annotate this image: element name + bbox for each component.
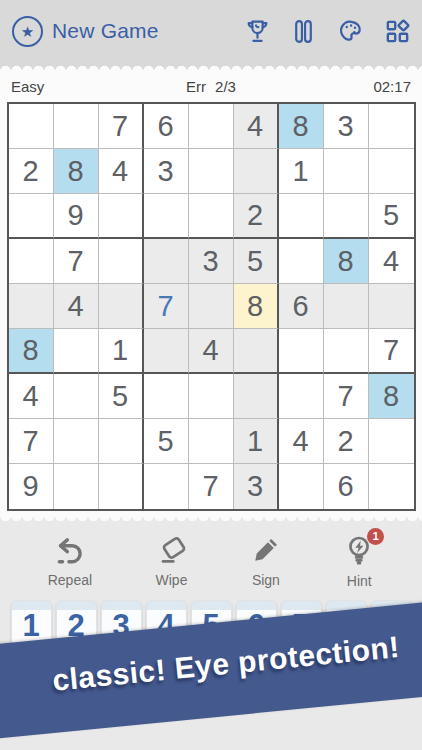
cell-r1c2[interactable] <box>54 104 99 149</box>
cell-r7c1[interactable]: 4 <box>9 374 54 419</box>
cell-r2c5[interactable] <box>189 149 234 194</box>
hint-badge: 1 <box>367 528 384 545</box>
cell-r6c3[interactable]: 1 <box>99 329 144 374</box>
cell-r7c2[interactable] <box>54 374 99 419</box>
cell-r1c3[interactable]: 7 <box>99 104 144 149</box>
cell-r5c5[interactable] <box>189 284 234 329</box>
star-circle-icon: ★ <box>12 16 43 47</box>
cell-r2c9[interactable] <box>369 149 414 194</box>
timer: 02:17 <box>278 78 411 95</box>
cell-r9c9[interactable] <box>369 464 414 509</box>
cell-r9c7[interactable] <box>279 464 324 509</box>
undo-icon <box>54 535 86 569</box>
cell-r8c7[interactable]: 4 <box>279 419 324 464</box>
new-game-button[interactable]: ★ New Game <box>12 16 159 47</box>
difficulty-label: Easy <box>11 78 144 95</box>
cell-r4c4[interactable] <box>144 239 189 284</box>
cell-r9c8[interactable]: 6 <box>324 464 369 509</box>
cell-r8c2[interactable] <box>54 419 99 464</box>
cell-r9c5[interactable]: 7 <box>189 464 234 509</box>
cell-r3c7[interactable] <box>279 194 324 239</box>
cell-r4c9[interactable]: 4 <box>369 239 414 284</box>
pause-icon[interactable] <box>292 19 315 44</box>
cell-r5c1[interactable] <box>9 284 54 329</box>
cell-r8c6[interactable]: 1 <box>234 419 279 464</box>
cell-r5c4[interactable]: 7 <box>144 284 189 329</box>
cell-r9c1[interactable]: 9 <box>9 464 54 509</box>
promo-banner-text: classic! Eye protection! <box>51 630 402 708</box>
cell-r1c7[interactable]: 8 <box>279 104 324 149</box>
cell-r8c4[interactable]: 5 <box>144 419 189 464</box>
cell-r4c3[interactable] <box>99 239 144 284</box>
cell-r9c2[interactable] <box>54 464 99 509</box>
cell-r7c8[interactable]: 7 <box>324 374 369 419</box>
cell-r7c9[interactable]: 8 <box>369 374 414 419</box>
error-label: Err <box>186 78 206 95</box>
sudoku-board: 764832843192573584478681474578751429736 <box>7 102 416 511</box>
cell-r1c9[interactable] <box>369 104 414 149</box>
cell-r1c6[interactable]: 4 <box>234 104 279 149</box>
cell-r8c5[interactable] <box>189 419 234 464</box>
cell-r2c2[interactable]: 8 <box>54 149 99 194</box>
cell-r9c4[interactable] <box>144 464 189 509</box>
cell-r3c8[interactable] <box>324 194 369 239</box>
sign-button[interactable]: Sign <box>251 535 281 588</box>
cell-r8c1[interactable]: 7 <box>9 419 54 464</box>
cell-r2c1[interactable]: 2 <box>9 149 54 194</box>
cell-r1c8[interactable]: 3 <box>324 104 369 149</box>
cell-r1c5[interactable] <box>189 104 234 149</box>
cell-r6c7[interactable] <box>279 329 324 374</box>
cell-r3c2[interactable]: 9 <box>54 194 99 239</box>
cell-r8c8[interactable]: 2 <box>324 419 369 464</box>
palette-icon[interactable] <box>336 18 364 44</box>
cell-r1c1[interactable] <box>9 104 54 149</box>
trophy-icon[interactable] <box>244 18 271 45</box>
cell-r8c9[interactable] <box>369 419 414 464</box>
playfield: Easy Err 2/3 02:17 764832843192573584478… <box>0 70 422 517</box>
cell-r2c8[interactable] <box>324 149 369 194</box>
tool-label: Wipe <box>156 572 188 588</box>
cell-r7c7[interactable] <box>279 374 324 419</box>
tool-label: Sign <box>252 572 280 588</box>
top-bar: ★ New Game <box>0 0 422 62</box>
cell-r9c3[interactable] <box>99 464 144 509</box>
games-grid-icon[interactable] <box>385 19 410 44</box>
cell-r5c9[interactable] <box>369 284 414 329</box>
cell-r5c2[interactable]: 4 <box>54 284 99 329</box>
pencil-icon <box>251 535 281 569</box>
cell-r8c3[interactable] <box>99 419 144 464</box>
cell-r9c6[interactable]: 3 <box>234 464 279 509</box>
cell-r2c7[interactable]: 1 <box>279 149 324 194</box>
repeal-button[interactable]: Repeal <box>48 535 92 588</box>
cell-r4c8[interactable]: 8 <box>324 239 369 284</box>
cell-r4c5[interactable]: 3 <box>189 239 234 284</box>
cell-r3c5[interactable] <box>189 194 234 239</box>
cell-r6c8[interactable] <box>324 329 369 374</box>
cell-r3c4[interactable] <box>144 194 189 239</box>
cell-r7c6[interactable] <box>234 374 279 419</box>
toolbar: Repeal Wipe Sign 1 Hint <box>0 525 422 597</box>
cell-r6c1[interactable]: 8 <box>9 329 54 374</box>
scallop-edge-top <box>0 62 422 70</box>
cell-r3c6[interactable]: 2 <box>234 194 279 239</box>
error-count: 2/3 <box>215 78 236 95</box>
cell-r2c4[interactable]: 3 <box>144 149 189 194</box>
cell-r3c1[interactable] <box>9 194 54 239</box>
status-row: Easy Err 2/3 02:17 <box>0 70 422 102</box>
cell-r4c6[interactable]: 5 <box>234 239 279 284</box>
cell-r2c6[interactable] <box>234 149 279 194</box>
cell-r5c8[interactable] <box>324 284 369 329</box>
eraser-icon <box>155 535 187 569</box>
page-title: New Game <box>52 19 159 43</box>
cell-r2c3[interactable]: 4 <box>99 149 144 194</box>
cell-r6c2[interactable] <box>54 329 99 374</box>
wipe-button[interactable]: Wipe <box>155 535 187 588</box>
tool-label: Hint <box>347 573 372 589</box>
cell-r5c6[interactable]: 8 <box>234 284 279 329</box>
cell-r4c2[interactable]: 7 <box>54 239 99 284</box>
cell-r5c3[interactable] <box>99 284 144 329</box>
tool-label: Repeal <box>48 572 92 588</box>
cell-r3c9[interactable]: 5 <box>369 194 414 239</box>
cell-r3c3[interactable] <box>99 194 144 239</box>
cell-r6c4[interactable] <box>144 329 189 374</box>
cell-r7c4[interactable] <box>144 374 189 419</box>
cell-r6c5[interactable]: 4 <box>189 329 234 374</box>
scallop-edge-bottom <box>0 517 422 525</box>
cell-r4c7[interactable] <box>279 239 324 284</box>
cell-r4c1[interactable] <box>9 239 54 284</box>
cell-r6c9[interactable]: 7 <box>369 329 414 374</box>
cell-r5c7[interactable]: 6 <box>279 284 324 329</box>
cell-r7c3[interactable]: 5 <box>99 374 144 419</box>
cell-r7c5[interactable] <box>189 374 234 419</box>
cell-r1c4[interactable]: 6 <box>144 104 189 149</box>
hint-button[interactable]: 1 Hint <box>344 534 374 589</box>
cell-r6c6[interactable] <box>234 329 279 374</box>
